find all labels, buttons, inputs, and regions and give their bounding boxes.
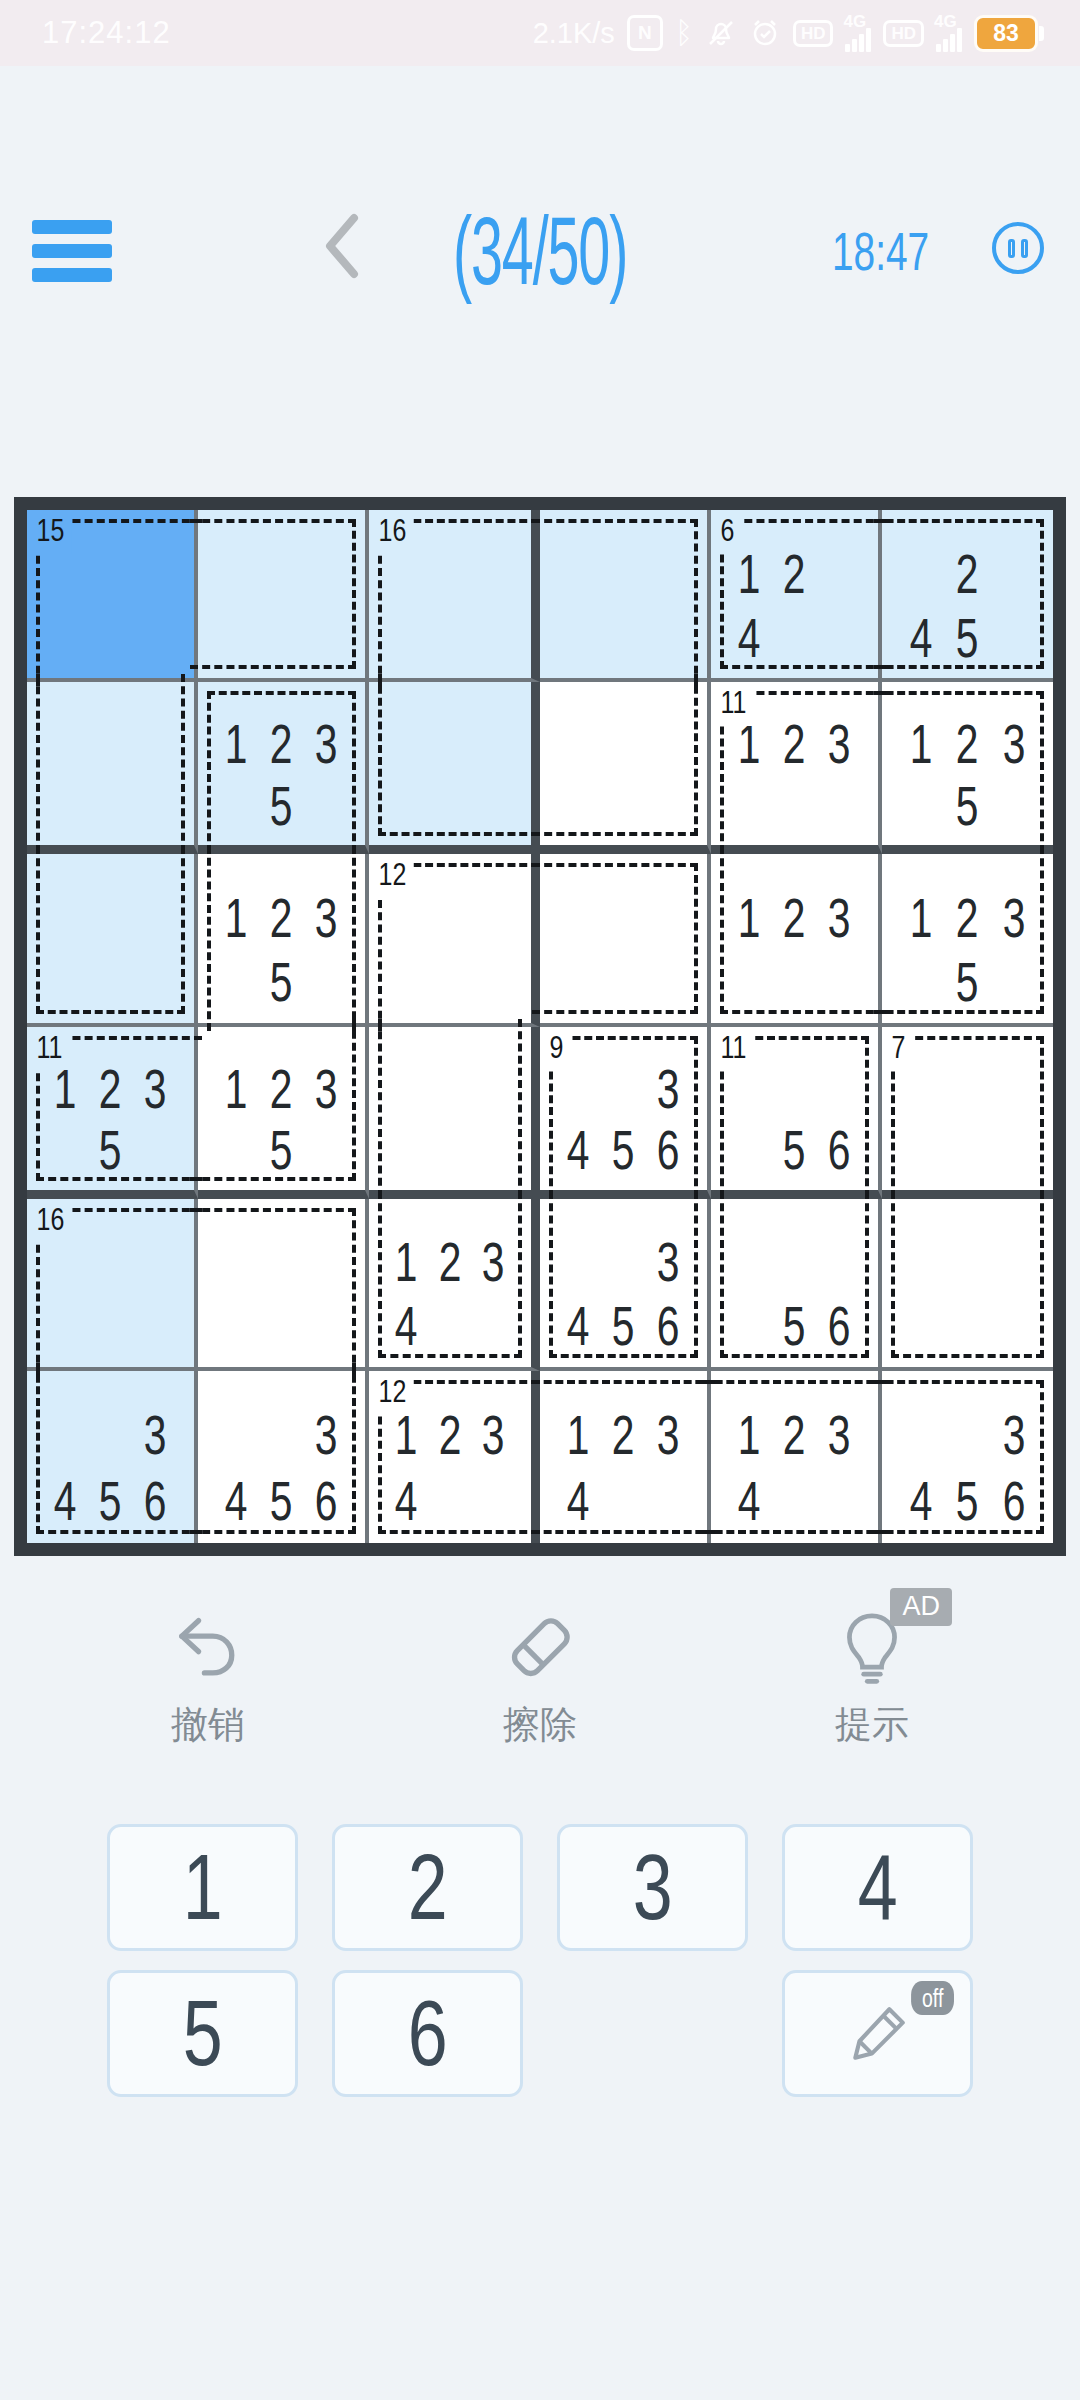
cage-outline (36, 674, 185, 853)
cell-r3c4[interactable] (540, 854, 711, 1026)
status-time: 17:24:12 (42, 15, 171, 51)
cell-r2c3[interactable] (369, 682, 540, 854)
cell-r1c5[interactable]: 6124 (711, 510, 882, 682)
cell-r2c6[interactable]: 1235 (882, 682, 1053, 854)
cell-r6c4[interactable]: 1234 (540, 1371, 711, 1543)
pause-button[interactable] (992, 222, 1044, 274)
signal-bars-sim1: 4G (845, 14, 871, 52)
cage-outline (532, 519, 698, 686)
cage-sum: 11 (719, 1029, 753, 1071)
pencil-marks: 3456 (214, 1403, 349, 1535)
hd-badge-sim2: HD (883, 20, 924, 47)
pencil-marks: 1234 (556, 1403, 691, 1535)
pencil-marks: 56 (727, 1231, 862, 1359)
cell-r5c5[interactable]: 56 (711, 1199, 882, 1371)
pencil-marks: 1235 (214, 886, 349, 1014)
cell-r1c4[interactable] (540, 510, 711, 682)
mute-bell-icon (705, 17, 737, 49)
pencil-marks: 124 (727, 542, 862, 670)
cell-r2c1[interactable] (27, 682, 198, 854)
cell-r1c2[interactable] (198, 510, 369, 682)
pencil-marks: 1235 (43, 1059, 178, 1182)
cage-sum: 11 (35, 1029, 69, 1071)
cell-r3c2[interactable]: 1235 (198, 854, 369, 1026)
pencil-marks: 3456 (556, 1231, 691, 1359)
pencil-marks: 1234 (727, 1403, 862, 1535)
pencil-marks: 1235 (898, 886, 1037, 1014)
cell-r3c6[interactable]: 1235 (882, 854, 1053, 1026)
pencil-marks: 245 (898, 542, 1037, 670)
cell-r2c4[interactable] (540, 682, 711, 854)
cell-r6c6[interactable]: 3456 (882, 1371, 1053, 1543)
pencil-marks: 123 (727, 714, 862, 837)
cell-r6c5[interactable]: 1234 (711, 1371, 882, 1543)
cell-r4c6[interactable]: 7 (882, 1027, 1053, 1199)
pencil-off-badge: off (911, 1981, 954, 2015)
cell-r3c1[interactable] (27, 854, 198, 1026)
pencil-marks: 1234 (385, 1231, 515, 1359)
cell-r6c3[interactable]: 121234 (369, 1371, 540, 1543)
erase-button[interactable]: 擦除 (450, 1610, 630, 1750)
cell-r1c3[interactable]: 16 (369, 510, 540, 682)
cell-r4c5[interactable]: 1156 (711, 1027, 882, 1199)
cell-r1c6[interactable]: 245 (882, 510, 1053, 682)
signal-bars-sim2: 4G (936, 14, 962, 52)
cage-sum: 16 (377, 512, 413, 554)
hint-button[interactable]: AD 提示 (782, 1610, 962, 1750)
pencil-marks: 3456 (898, 1403, 1037, 1535)
pencil-marks: 56 (727, 1059, 862, 1182)
num-button-4[interactable]: 4 (782, 1824, 973, 1951)
toolbar: 撤销 擦除 AD 提示 (0, 1610, 1080, 1750)
pencil-marks: 1235 (898, 714, 1037, 837)
cage-sum: 11 (719, 684, 753, 726)
cell-r5c1[interactable]: 16 (27, 1199, 198, 1371)
hd-badge-sim1: HD (793, 20, 834, 47)
cell-r6c2[interactable]: 3456 (198, 1371, 369, 1543)
board-grid: 1516612424512351112312351235121231235111… (14, 497, 1066, 1556)
eraser-icon (502, 1610, 578, 1686)
num-button-3[interactable]: 3 (557, 1824, 748, 1951)
cage-sum: 12 (377, 1373, 413, 1415)
erase-label: 擦除 (503, 1700, 577, 1750)
cage-sum: 12 (377, 856, 413, 898)
pencil-marks: 123 (727, 886, 862, 1014)
cage-sum: 6 (719, 512, 741, 554)
cell-r3c3[interactable]: 12 (369, 854, 540, 1026)
cell-r5c2[interactable] (198, 1199, 369, 1371)
cell-r5c6[interactable] (882, 1199, 1053, 1371)
cell-r4c3[interactable] (369, 1027, 540, 1199)
pencil-toggle-button[interactable]: off (782, 1970, 973, 2097)
cage-outline (190, 519, 356, 669)
nfc-icon: N (627, 15, 663, 51)
pencil-icon (845, 2001, 911, 2067)
cage-outline (36, 846, 185, 1013)
cage-sum: 15 (35, 512, 71, 554)
undo-label: 撤销 (171, 1700, 245, 1750)
cell-r5c4[interactable]: 3456 (540, 1199, 711, 1371)
cell-r4c4[interactable]: 93456 (540, 1027, 711, 1199)
alarm-clock-icon (749, 17, 781, 49)
ad-badge: AD (890, 1588, 952, 1626)
cell-r2c5[interactable]: 11123 (711, 682, 882, 854)
undo-button[interactable]: 撤销 (118, 1610, 298, 1750)
cell-r3c5[interactable]: 123 (711, 854, 882, 1026)
cage-sum: 16 (35, 1201, 71, 1243)
network-speed: 2.1K/s (533, 17, 615, 50)
hint-label: 提示 (835, 1700, 909, 1750)
cage-outline (891, 1191, 1044, 1358)
cage-outline (378, 674, 539, 836)
cage-outline (532, 863, 698, 1013)
cell-r2c2[interactable]: 1235 (198, 682, 369, 854)
cage-outline (891, 1036, 1044, 1198)
app-header: (34/50) 18:47 (0, 196, 1080, 306)
pencil-marks: 1234 (385, 1403, 515, 1535)
status-bar: 17:24:12 2.1K/s N ᛒ HD 4G HD 4G 83 (0, 0, 1080, 66)
num-button-1[interactable]: 1 (107, 1824, 298, 1951)
bluetooth-icon: ᛒ (675, 18, 693, 48)
pencil-marks: 3456 (556, 1059, 691, 1182)
cage-outline (378, 1019, 522, 1198)
cell-r5c3[interactable]: 1234 (369, 1199, 540, 1371)
cage-sum: 7 (890, 1029, 912, 1071)
cage-sum: 9 (548, 1029, 570, 1071)
cell-r4c1[interactable]: 111235 (27, 1027, 198, 1199)
pencil-marks: 1235 (214, 1059, 349, 1182)
num-button-2[interactable]: 2 (332, 1824, 523, 1951)
pencil-marks: 3456 (43, 1403, 178, 1535)
battery-indicator: 83 (974, 15, 1038, 52)
cell-r4c2[interactable]: 1235 (198, 1027, 369, 1199)
cage-outline (532, 674, 698, 836)
pencil-marks: 1235 (214, 714, 349, 837)
undo-icon (170, 1610, 246, 1686)
num-button-5[interactable]: 5 (107, 1970, 298, 2097)
num-button-6[interactable]: 6 (332, 1970, 523, 2097)
game-timer: 18:47 (813, 220, 948, 282)
cage-outline (190, 1208, 356, 1375)
cell-r6c1[interactable]: 3456 (27, 1371, 198, 1543)
cell-r1c1[interactable]: 15 (27, 510, 198, 682)
number-pad: 1 2 3 4 5 6 off (107, 1824, 973, 2097)
